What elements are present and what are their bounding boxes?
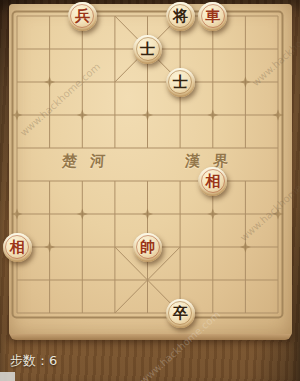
piece-char: 卒 bbox=[173, 305, 188, 320]
black-soldier[interactable]: 卒 bbox=[166, 299, 195, 328]
red-elephant[interactable]: 相 bbox=[198, 167, 227, 196]
piece-char: 相 bbox=[205, 173, 220, 188]
piece-char: 士 bbox=[140, 41, 155, 56]
piece-char: 帥 bbox=[140, 239, 155, 254]
red-elephant[interactable]: 相 bbox=[3, 233, 32, 262]
piece-char: 将 bbox=[173, 8, 188, 23]
piece-grid: 兵将車士士相相帥卒 bbox=[1, 0, 295, 330]
piece-char: 士 bbox=[173, 74, 188, 89]
move-counter-value: 6 bbox=[49, 353, 57, 368]
black-advisor[interactable]: 士 bbox=[166, 68, 195, 97]
move-counter: 步数：6 bbox=[10, 352, 57, 370]
piece-char: 車 bbox=[205, 8, 220, 23]
board-bottom-rim bbox=[10, 334, 291, 340]
black-general[interactable]: 将 bbox=[166, 2, 195, 31]
piece-char: 兵 bbox=[75, 8, 90, 23]
red-general[interactable]: 帥 bbox=[133, 233, 162, 262]
red-chariot[interactable]: 車 bbox=[198, 2, 227, 31]
move-counter-label: 步数： bbox=[10, 353, 49, 368]
corner-chip bbox=[0, 372, 15, 381]
xiangqi-board[interactable]: 楚河 漢界 兵将車士士相相帥卒 bbox=[9, 4, 292, 336]
game-screen: 楚河 漢界 兵将車士士相相帥卒 步数：6 www.hackhome.com ww… bbox=[0, 0, 300, 381]
black-advisor[interactable]: 士 bbox=[133, 35, 162, 64]
red-soldier[interactable]: 兵 bbox=[68, 2, 97, 31]
piece-char: 相 bbox=[10, 239, 25, 254]
